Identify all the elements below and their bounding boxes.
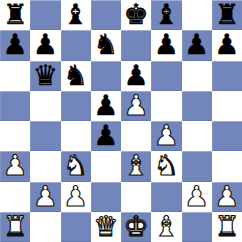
square-f4[interactable]: ♟: [151, 121, 181, 151]
piece-white-knight[interactable]: ♞: [63, 151, 88, 181]
square-d8[interactable]: [91, 0, 121, 30]
square-b4[interactable]: [30, 121, 60, 151]
square-c1[interactable]: [61, 212, 91, 242]
square-g5[interactable]: [182, 91, 212, 121]
piece-white-pawn[interactable]: ♟: [3, 151, 28, 181]
piece-black-pawn[interactable]: ♟: [93, 91, 118, 121]
square-c3[interactable]: ♞: [61, 151, 91, 181]
square-f8[interactable]: ♝: [151, 0, 181, 30]
square-d4[interactable]: ♟: [91, 121, 121, 151]
square-g8[interactable]: [182, 0, 212, 30]
square-h7[interactable]: ♟: [212, 30, 242, 60]
square-c6[interactable]: ♞: [61, 61, 91, 91]
piece-black-bishop[interactable]: ♝: [154, 0, 179, 30]
square-e8[interactable]: ♚: [121, 0, 151, 30]
square-a8[interactable]: ♜: [0, 0, 30, 30]
piece-white-bishop[interactable]: ♝: [154, 212, 179, 242]
square-e1[interactable]: ♚: [121, 212, 151, 242]
square-b6[interactable]: ♛: [30, 61, 60, 91]
square-b2[interactable]: ♟: [30, 182, 60, 212]
square-f6[interactable]: [151, 61, 181, 91]
square-g1[interactable]: [182, 212, 212, 242]
piece-black-knight[interactable]: ♞: [63, 61, 88, 91]
chess-board-grid: ♜♝♚♝♜♟♟♞♟♟♟♛♞♟♟♟♟♟♟♞♝♞♟♟♟♟♜♛♚♝♜: [0, 0, 242, 242]
square-b5[interactable]: [30, 91, 60, 121]
piece-black-pawn[interactable]: ♟: [93, 121, 118, 151]
square-g3[interactable]: [182, 151, 212, 181]
square-f5[interactable]: [151, 91, 181, 121]
square-b3[interactable]: [30, 151, 60, 181]
piece-white-pawn[interactable]: ♟: [63, 182, 88, 212]
square-g4[interactable]: [182, 121, 212, 151]
piece-white-rook[interactable]: ♜: [3, 212, 28, 242]
piece-white-knight[interactable]: ♞: [154, 151, 179, 181]
square-h5[interactable]: [212, 91, 242, 121]
piece-black-pawn[interactable]: ♟: [3, 30, 28, 60]
square-f1[interactable]: ♝: [151, 212, 181, 242]
piece-white-pawn[interactable]: ♟: [124, 91, 149, 121]
square-g7[interactable]: ♟: [182, 30, 212, 60]
piece-white-pawn[interactable]: ♟: [154, 121, 179, 151]
square-b7[interactable]: ♟: [30, 30, 60, 60]
piece-white-pawn[interactable]: ♟: [214, 182, 239, 212]
square-e3[interactable]: ♝: [121, 151, 151, 181]
square-b8[interactable]: [30, 0, 60, 30]
square-c7[interactable]: [61, 30, 91, 60]
piece-black-pawn[interactable]: ♟: [154, 30, 179, 60]
square-a5[interactable]: [0, 91, 30, 121]
square-h8[interactable]: ♜: [212, 0, 242, 30]
piece-black-king[interactable]: ♚: [124, 0, 149, 30]
square-d7[interactable]: ♞: [91, 30, 121, 60]
square-a4[interactable]: [0, 121, 30, 151]
square-d3[interactable]: [91, 151, 121, 181]
square-c8[interactable]: ♝: [61, 0, 91, 30]
piece-black-pawn[interactable]: ♟: [184, 30, 209, 60]
square-g2[interactable]: ♟: [182, 182, 212, 212]
square-h1[interactable]: ♜: [212, 212, 242, 242]
square-e6[interactable]: ♟: [121, 61, 151, 91]
piece-black-rook[interactable]: ♜: [3, 0, 28, 30]
piece-black-queen[interactable]: ♛: [33, 61, 58, 91]
piece-black-pawn[interactable]: ♟: [33, 30, 58, 60]
piece-black-knight[interactable]: ♞: [93, 30, 118, 60]
square-d2[interactable]: [91, 182, 121, 212]
square-f3[interactable]: ♞: [151, 151, 181, 181]
square-a6[interactable]: [0, 61, 30, 91]
square-d1[interactable]: ♛: [91, 212, 121, 242]
piece-black-rook[interactable]: ♜: [214, 0, 239, 30]
piece-white-rook[interactable]: ♜: [214, 212, 239, 242]
square-a1[interactable]: ♜: [0, 212, 30, 242]
square-f2[interactable]: [151, 182, 181, 212]
piece-white-pawn[interactable]: ♟: [33, 182, 58, 212]
square-h2[interactable]: ♟: [212, 182, 242, 212]
square-e4[interactable]: [121, 121, 151, 151]
square-b1[interactable]: [30, 212, 60, 242]
square-e7[interactable]: [121, 30, 151, 60]
square-c5[interactable]: [61, 91, 91, 121]
square-f7[interactable]: ♟: [151, 30, 181, 60]
piece-white-bishop[interactable]: ♝: [124, 151, 149, 181]
square-h3[interactable]: [212, 151, 242, 181]
square-a3[interactable]: ♟: [0, 151, 30, 181]
square-a7[interactable]: ♟: [0, 30, 30, 60]
piece-white-pawn[interactable]: ♟: [184, 182, 209, 212]
piece-white-queen[interactable]: ♛: [93, 212, 118, 242]
chess-board: ♜♝♚♝♜♟♟♞♟♟♟♛♞♟♟♟♟♟♟♞♝♞♟♟♟♟♜♛♚♝♜: [0, 0, 242, 242]
square-h6[interactable]: [212, 61, 242, 91]
piece-black-pawn[interactable]: ♟: [124, 61, 149, 91]
square-d6[interactable]: [91, 61, 121, 91]
square-c2[interactable]: ♟: [61, 182, 91, 212]
square-e2[interactable]: [121, 182, 151, 212]
piece-black-pawn[interactable]: ♟: [214, 30, 239, 60]
piece-white-king[interactable]: ♚: [124, 212, 149, 242]
square-c4[interactable]: [61, 121, 91, 151]
piece-black-bishop[interactable]: ♝: [63, 0, 88, 30]
square-a2[interactable]: [0, 182, 30, 212]
square-h4[interactable]: [212, 121, 242, 151]
square-g6[interactable]: [182, 61, 212, 91]
square-d5[interactable]: ♟: [91, 91, 121, 121]
square-e5[interactable]: ♟: [121, 91, 151, 121]
